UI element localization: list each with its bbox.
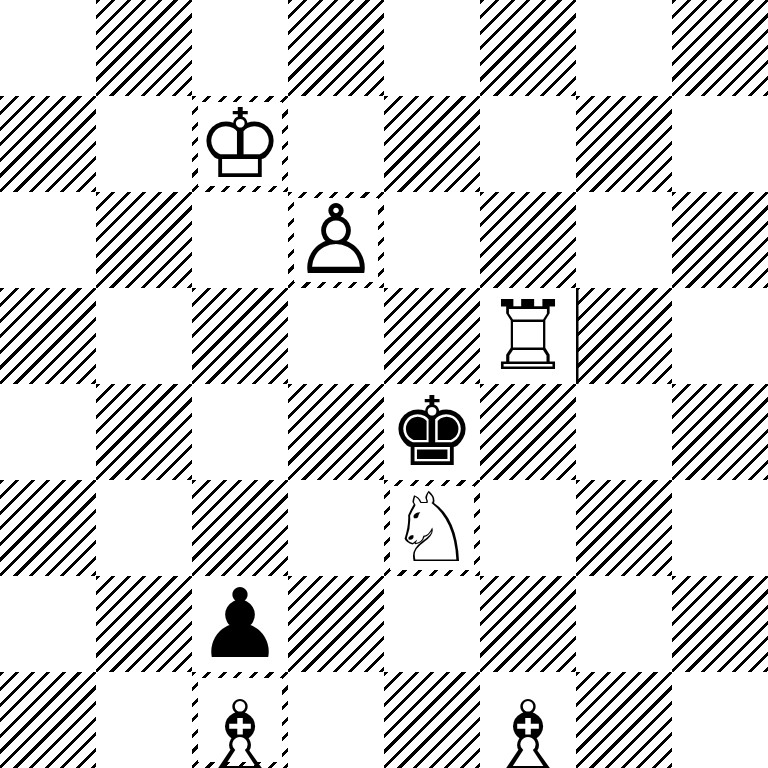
square-h5[interactable] bbox=[672, 288, 768, 384]
square-f4[interactable] bbox=[480, 384, 576, 480]
square-e3[interactable]: ♘ bbox=[384, 480, 480, 576]
square-a1[interactable] bbox=[0, 672, 96, 768]
square-c8[interactable] bbox=[192, 0, 288, 96]
square-c3[interactable] bbox=[192, 480, 288, 576]
square-h4[interactable] bbox=[672, 384, 768, 480]
white-king-icon: ♔ bbox=[197, 96, 283, 192]
square-a4[interactable] bbox=[0, 384, 96, 480]
piece-white-king[interactable]: ♔ bbox=[192, 96, 288, 192]
square-e8[interactable] bbox=[384, 0, 480, 96]
square-b5[interactable] bbox=[96, 288, 192, 384]
square-h7[interactable] bbox=[672, 96, 768, 192]
piece-white-bishop[interactable]: ♗ bbox=[480, 688, 576, 768]
square-d1[interactable] bbox=[288, 672, 384, 768]
square-a7[interactable] bbox=[0, 96, 96, 192]
square-a3[interactable] bbox=[0, 480, 96, 576]
square-a8[interactable] bbox=[0, 0, 96, 96]
square-d8[interactable] bbox=[288, 0, 384, 96]
square-c7[interactable]: ♔ bbox=[192, 96, 288, 192]
square-e2[interactable] bbox=[384, 576, 480, 672]
square-g5[interactable] bbox=[576, 288, 672, 384]
square-e5[interactable] bbox=[384, 288, 480, 384]
square-f3[interactable] bbox=[480, 480, 576, 576]
square-c4[interactable] bbox=[192, 384, 288, 480]
piece-white-pawn[interactable]: ♙ bbox=[288, 192, 384, 288]
white-rook-icon: ♖ bbox=[485, 288, 571, 384]
black-king-icon: ♚ bbox=[389, 384, 475, 480]
square-e7[interactable] bbox=[384, 96, 480, 192]
piece-black-pawn[interactable]: ♟ bbox=[192, 576, 288, 672]
piece-white-knight[interactable]: ♘ bbox=[384, 480, 480, 576]
square-g3[interactable] bbox=[576, 480, 672, 576]
square-b1[interactable] bbox=[96, 672, 192, 768]
square-h6[interactable] bbox=[672, 192, 768, 288]
square-f5[interactable]: ♖ bbox=[480, 288, 576, 384]
white-pawn-icon: ♙ bbox=[293, 192, 379, 288]
square-a2[interactable] bbox=[0, 576, 96, 672]
square-d6[interactable]: ♙ bbox=[288, 192, 384, 288]
white-knight-icon: ♘ bbox=[389, 480, 475, 576]
square-g4[interactable] bbox=[576, 384, 672, 480]
square-g7[interactable] bbox=[576, 96, 672, 192]
square-c2[interactable]: ♟ bbox=[192, 576, 288, 672]
square-e4[interactable]: ♚ bbox=[384, 384, 480, 480]
square-c6[interactable] bbox=[192, 192, 288, 288]
square-h1[interactable] bbox=[672, 672, 768, 768]
square-b3[interactable] bbox=[96, 480, 192, 576]
square-b2[interactable] bbox=[96, 576, 192, 672]
square-g6[interactable] bbox=[576, 192, 672, 288]
square-d5[interactable] bbox=[288, 288, 384, 384]
black-pawn-icon: ♟ bbox=[197, 576, 283, 672]
square-g8[interactable] bbox=[576, 0, 672, 96]
square-b8[interactable] bbox=[96, 0, 192, 96]
square-h3[interactable] bbox=[672, 480, 768, 576]
square-b6[interactable] bbox=[96, 192, 192, 288]
square-h8[interactable] bbox=[672, 0, 768, 96]
square-a5[interactable] bbox=[0, 288, 96, 384]
square-c1[interactable]: ♗ bbox=[192, 672, 288, 768]
square-f7[interactable] bbox=[480, 96, 576, 192]
square-b7[interactable] bbox=[96, 96, 192, 192]
white-bishop-icon: ♗ bbox=[197, 688, 283, 768]
piece-white-rook[interactable]: ♖ bbox=[480, 288, 576, 384]
square-f2[interactable] bbox=[480, 576, 576, 672]
square-d7[interactable] bbox=[288, 96, 384, 192]
square-d3[interactable] bbox=[288, 480, 384, 576]
piece-white-bishop[interactable]: ♗ bbox=[192, 688, 288, 768]
square-f6[interactable] bbox=[480, 192, 576, 288]
piece-black-king[interactable]: ♚ bbox=[384, 384, 480, 480]
square-e6[interactable] bbox=[384, 192, 480, 288]
square-h2[interactable] bbox=[672, 576, 768, 672]
chessboard: ♔♙♖♚♘♟♗♗ bbox=[0, 0, 768, 768]
square-g2[interactable] bbox=[576, 576, 672, 672]
square-f1[interactable]: ♗ bbox=[480, 672, 576, 768]
square-b4[interactable] bbox=[96, 384, 192, 480]
square-d2[interactable] bbox=[288, 576, 384, 672]
square-a6[interactable] bbox=[0, 192, 96, 288]
square-d4[interactable] bbox=[288, 384, 384, 480]
square-e1[interactable] bbox=[384, 672, 480, 768]
white-bishop-icon: ♗ bbox=[485, 688, 571, 768]
square-c5[interactable] bbox=[192, 288, 288, 384]
square-f8[interactable] bbox=[480, 0, 576, 96]
square-g1[interactable] bbox=[576, 672, 672, 768]
